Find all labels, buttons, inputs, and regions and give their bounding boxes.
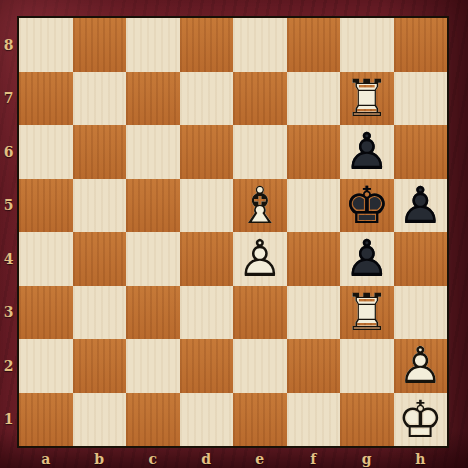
square-h4[interactable] [394,232,448,286]
piece-glyph-outline: ♙ [394,339,448,393]
square-e4[interactable]: ♟♙ [233,232,287,286]
square-h7[interactable] [394,72,448,126]
file-labels: abcdefgh [19,449,447,468]
square-e6[interactable] [233,125,287,179]
piece-glyph-outline: ♖ [340,286,394,340]
file-label-h: h [394,449,448,468]
square-c3[interactable] [126,286,180,340]
file-label-d: d [180,449,234,468]
piece-white-rook[interactable]: ♜♖ [340,286,394,340]
square-h8[interactable] [394,18,448,72]
square-f6[interactable] [287,125,341,179]
square-a3[interactable] [19,286,73,340]
square-f7[interactable] [287,72,341,126]
square-h3[interactable] [394,286,448,340]
board-frame: 87654321 abcdefgh ♜♖♟♙♝♗♚♔♟♙♟♙♟♙♜♖♟♙♚♔ [0,0,468,468]
square-h2[interactable]: ♟♙ [394,339,448,393]
square-g5[interactable]: ♚♔ [340,179,394,233]
square-a5[interactable] [19,179,73,233]
square-d3[interactable] [180,286,234,340]
square-c1[interactable] [126,393,180,447]
square-a1[interactable] [19,393,73,447]
piece-black-pawn[interactable]: ♟♙ [394,179,448,233]
square-h5[interactable]: ♟♙ [394,179,448,233]
file-label-e: e [233,449,287,468]
square-d4[interactable] [180,232,234,286]
piece-glyph-outline: ♔ [394,393,448,447]
piece-white-rook[interactable]: ♜♖ [340,72,394,126]
piece-white-bishop[interactable]: ♝♗ [233,179,287,233]
square-g2[interactable] [340,339,394,393]
square-b8[interactable] [73,18,127,72]
piece-glyph-outline: ♔ [340,179,394,233]
square-g4[interactable]: ♟♙ [340,232,394,286]
square-e3[interactable] [233,286,287,340]
rank-label-2: 2 [0,339,17,393]
square-c8[interactable] [126,18,180,72]
square-e5[interactable]: ♝♗ [233,179,287,233]
piece-glyph-outline: ♗ [233,179,287,233]
square-f5[interactable] [287,179,341,233]
square-c6[interactable] [126,125,180,179]
square-f8[interactable] [287,18,341,72]
square-e8[interactable] [233,18,287,72]
square-b5[interactable] [73,179,127,233]
rank-label-6: 6 [0,125,17,179]
square-f2[interactable] [287,339,341,393]
piece-white-pawn[interactable]: ♟♙ [394,339,448,393]
square-b3[interactable] [73,286,127,340]
piece-glyph-outline: ♙ [233,232,287,286]
piece-glyph-outline: ♙ [394,179,448,233]
square-d5[interactable] [180,179,234,233]
square-c7[interactable] [126,72,180,126]
piece-white-king[interactable]: ♚♔ [394,393,448,447]
square-a6[interactable] [19,125,73,179]
square-g7[interactable]: ♜♖ [340,72,394,126]
rank-label-1: 1 [0,393,17,447]
file-label-b: b [73,449,127,468]
square-b4[interactable] [73,232,127,286]
file-label-a: a [19,449,73,468]
square-f3[interactable] [287,286,341,340]
square-f1[interactable] [287,393,341,447]
square-h1[interactable]: ♚♔ [394,393,448,447]
square-g1[interactable] [340,393,394,447]
file-label-c: c [126,449,180,468]
square-f4[interactable] [287,232,341,286]
square-e2[interactable] [233,339,287,393]
square-c4[interactable] [126,232,180,286]
file-label-g: g [340,449,394,468]
piece-glyph-outline: ♙ [340,125,394,179]
square-a4[interactable] [19,232,73,286]
square-b6[interactable] [73,125,127,179]
square-a7[interactable] [19,72,73,126]
chess-board: ♜♖♟♙♝♗♚♔♟♙♟♙♟♙♜♖♟♙♚♔ [17,16,449,448]
square-e1[interactable] [233,393,287,447]
piece-black-pawn[interactable]: ♟♙ [340,125,394,179]
square-d2[interactable] [180,339,234,393]
piece-black-king[interactable]: ♚♔ [340,179,394,233]
piece-white-pawn[interactable]: ♟♙ [233,232,287,286]
square-d6[interactable] [180,125,234,179]
rank-labels: 87654321 [0,18,17,446]
square-a8[interactable] [19,18,73,72]
rank-label-5: 5 [0,179,17,233]
rank-label-3: 3 [0,286,17,340]
piece-glyph-outline: ♖ [340,72,394,126]
piece-black-pawn[interactable]: ♟♙ [340,232,394,286]
piece-glyph-outline: ♙ [340,232,394,286]
square-d8[interactable] [180,18,234,72]
square-c5[interactable] [126,179,180,233]
rank-label-7: 7 [0,72,17,126]
square-d1[interactable] [180,393,234,447]
square-a2[interactable] [19,339,73,393]
square-h6[interactable] [394,125,448,179]
square-g6[interactable]: ♟♙ [340,125,394,179]
square-b7[interactable] [73,72,127,126]
square-b2[interactable] [73,339,127,393]
square-g3[interactable]: ♜♖ [340,286,394,340]
square-e7[interactable] [233,72,287,126]
rank-label-4: 4 [0,232,17,286]
square-c2[interactable] [126,339,180,393]
square-d7[interactable] [180,72,234,126]
file-label-f: f [287,449,341,468]
square-g8[interactable] [340,18,394,72]
rank-label-8: 8 [0,18,17,72]
square-b1[interactable] [73,393,127,447]
